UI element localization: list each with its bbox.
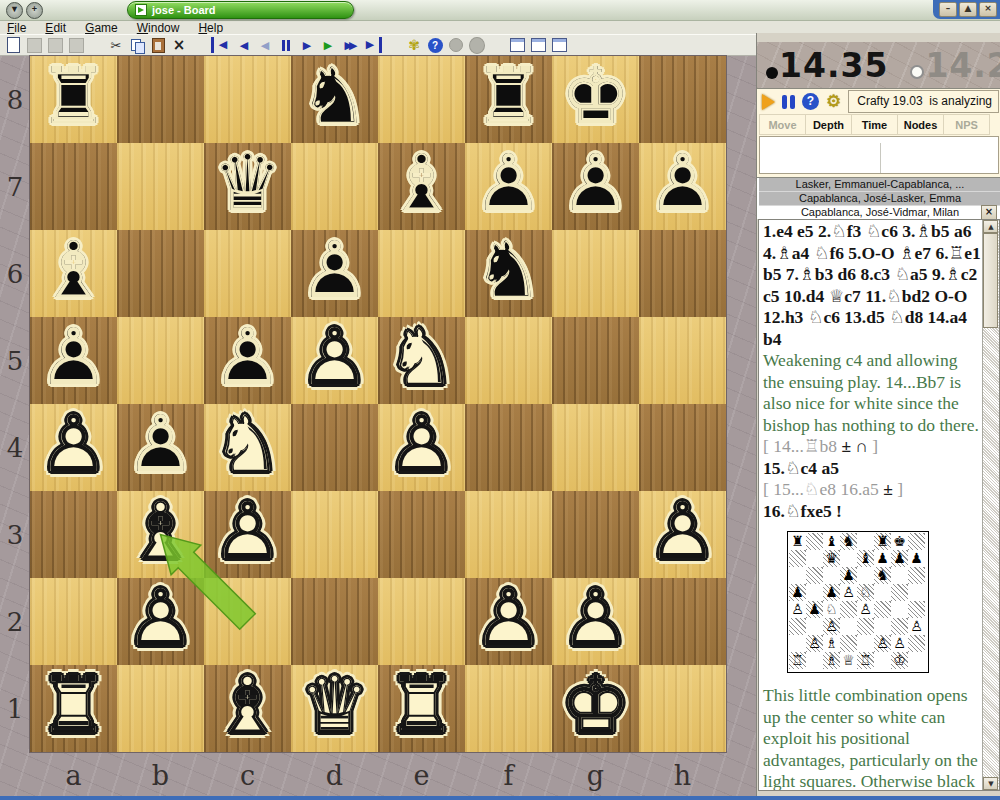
window-shade-button[interactable]: ▼ (6, 2, 23, 19)
engine-column-nodes: Nodes (898, 114, 944, 135)
window-plus-button[interactable]: + (26, 2, 43, 19)
notation-block-variation: [ 14...♖b8 ± ∩ ] (763, 436, 982, 458)
square-a7[interactable] (30, 143, 117, 230)
title-pill[interactable]: jose - Board (127, 1, 354, 19)
square-c3[interactable]: ♟♙ (204, 491, 291, 578)
engine-column-move: Move (759, 114, 806, 135)
square-b6[interactable] (117, 230, 204, 317)
game-list-item[interactable]: Capablanca, José-Lasker, Emma (759, 192, 1000, 206)
window-title: jose - Board (152, 4, 216, 16)
square-f1[interactable] (465, 665, 552, 752)
square-h4[interactable] (639, 404, 726, 491)
piece-white-queen-d1[interactable]: ♛♕ (291, 665, 378, 752)
square-f7[interactable]: ♟♙ (465, 143, 552, 230)
square-e4[interactable]: ♟♙ (378, 404, 465, 491)
notation-block-comment: This little combination opens up the cen… (763, 685, 982, 790)
square-e8[interactable] (378, 56, 465, 143)
piece-black-king-g8[interactable]: ♚♔ (552, 56, 639, 143)
piece-white-pawn-f2[interactable]: ♟♙ (465, 578, 552, 665)
square-g8[interactable]: ♚♔ (552, 56, 639, 143)
square-e3[interactable] (378, 491, 465, 578)
square-b5[interactable] (117, 317, 204, 404)
pause-icon[interactable] (278, 37, 294, 53)
piece-white-pawn-g2[interactable]: ♟♙ (552, 578, 639, 665)
square-a1[interactable]: ♜♖ (30, 665, 117, 752)
square-a3[interactable] (30, 491, 117, 578)
square-f6[interactable]: ♞♘ (465, 230, 552, 317)
notation-block-moves: 1.e4 e5 2.♘f3 ♘c6 3.♗b5 a6 4.♗a4 ♘f6 5.O… (763, 221, 982, 350)
engine-flower-icon[interactable]: ✾ (406, 37, 422, 53)
square-f4[interactable] (465, 404, 552, 491)
piece-white-pawn-c3[interactable]: ♟♙ (204, 491, 291, 578)
scroll-down-icon[interactable]: ▼ (983, 777, 998, 790)
scrollbar-thumb[interactable] (983, 233, 998, 328)
move-text: ± (883, 479, 893, 499)
square-f8[interactable]: ♜♖ (465, 56, 552, 143)
piece-white-knight-e5[interactable]: ♞♘ (378, 317, 465, 404)
engine-column-time: Time (852, 114, 898, 135)
move-text[interactable]: 15.♘c4 a5 (763, 458, 839, 478)
engine-panel: ? ⚙ Crafty 19.03 is analyzing MoveDepthT… (757, 88, 1000, 178)
jose-logo-icon (135, 4, 147, 16)
piece-white-pawn-h3[interactable]: ♟♙ (639, 491, 726, 578)
notation-block-moves: 16.♘fxe5 ! (763, 501, 982, 523)
application-window: ▼ + jose - Board – ▲ × FileEditGameWindo… (0, 0, 1000, 800)
game-list-item[interactable]: Capablanca, José-Vidmar, Milan (759, 206, 1000, 220)
menu-help[interactable]: Help (198, 21, 223, 35)
minimize-button[interactable]: – (939, 2, 957, 17)
square-a2[interactable] (30, 578, 117, 665)
square-f5[interactable] (465, 317, 552, 404)
back-variation-icon[interactable]: ◀ (257, 37, 273, 53)
window-controls: – ▲ × (933, 0, 1000, 19)
square-a4[interactable]: ♟♙ (30, 404, 117, 491)
clock-area: 14.35 14.27 (757, 42, 1000, 88)
square-c8[interactable] (204, 56, 291, 143)
square-e7[interactable]: ♝♗ (378, 143, 465, 230)
to-start-icon[interactable]: ◀ (211, 37, 231, 53)
square-h3[interactable]: ♟♙ (639, 491, 726, 578)
square-b2[interactable]: ♟♙ (117, 578, 204, 665)
square-d6[interactable]: ♟♙ (291, 230, 378, 317)
piece-white-pawn-a4[interactable]: ♟♙ (30, 404, 117, 491)
move-text[interactable]: ] (893, 479, 903, 499)
right-panel: 14.35 14.27 ? ⚙ Crafty 19.03 is analyzin… (756, 33, 1000, 797)
engine-column-nps: NPS (944, 114, 990, 135)
square-d7[interactable] (291, 143, 378, 230)
square-c7[interactable]: ♛♕ (204, 143, 291, 230)
piece-black-pawn-d6[interactable]: ♟♙ (291, 230, 378, 317)
window-bottom-edge (0, 796, 1000, 800)
piece-white-pawn-b2[interactable]: ♟♙ (117, 578, 204, 665)
piece-white-bishop-c1[interactable]: ♝♗ (204, 665, 291, 752)
piece-black-pawn-f7[interactable]: ♟♙ (465, 143, 552, 230)
engine-help-icon[interactable]: ? (802, 93, 819, 110)
square-e6[interactable] (378, 230, 465, 317)
square-a6[interactable]: ♝♗ (30, 230, 117, 317)
square-h5[interactable] (639, 317, 726, 404)
piece-black-pawn-h7[interactable]: ♟♙ (639, 143, 726, 230)
engine-settings-gear-icon[interactable]: ⚙ (826, 93, 841, 110)
square-d3[interactable] (291, 491, 378, 578)
square-b3[interactable]: ♝♗ (117, 491, 204, 578)
menu-file[interactable]: File (7, 21, 26, 35)
move-text[interactable]: 1.e4 e5 2.♘f3 ♘c6 3.♗b5 a6 4.♗a4 ♘f6 5.O… (763, 221, 981, 349)
piece-black-bishop-a6[interactable]: ♝♗ (30, 230, 117, 317)
piece-white-bishop-b3[interactable]: ♝♗ (117, 491, 204, 578)
file-labels: abcdefgh (30, 752, 726, 798)
chess-board[interactable]: ♜♖♞♘♜♖♚♔♛♕♝♗♟♙♟♙♟♙♝♗♟♙♞♘♟♙♟♙♟♙♞♘♟♙♟♙♞♘♟♙… (30, 56, 726, 752)
menu-game[interactable]: Game (85, 21, 118, 35)
piece-black-pawn-b4[interactable]: ♟♙ (117, 404, 204, 491)
square-g2[interactable]: ♟♙ (552, 578, 639, 665)
game-list-item[interactable]: Lasker, Emmanuel-Capablanca, ... (759, 178, 1000, 192)
piece-black-pawn-g7[interactable]: ♟♙ (552, 143, 639, 230)
notation-panel: 1.e4 e5 2.♘f3 ♘c6 3.♗b5 a6 4.♗a4 ♘f6 5.O… (758, 219, 1000, 791)
square-g7[interactable]: ♟♙ (552, 143, 639, 230)
board-frame: 87654321 ♜♖♞♘♜♖♚♔♛♕♝♗♟♙♟♙♟♙♝♗♟♙♞♘♟♙♟♙♟♙♞… (0, 56, 756, 800)
engine-column-depth: Depth (806, 114, 852, 135)
maximize-button[interactable]: ▲ (959, 2, 977, 17)
piece-black-bishop-e7[interactable]: ♝♗ (378, 143, 465, 230)
notation-scrollbar[interactable]: ▲ ▼ (982, 220, 999, 790)
square-h7[interactable]: ♟♙ (639, 143, 726, 230)
hint-icon (448, 37, 464, 53)
square-g5[interactable] (552, 317, 639, 404)
piece-black-pawn-a5[interactable]: ♟♙ (30, 317, 117, 404)
engine-columns: MoveDepthTimeNodesNPS (757, 114, 1000, 135)
white-clock-icon (910, 65, 924, 79)
square-e1[interactable]: ♜♖ (378, 665, 465, 752)
menu-window[interactable]: Window (137, 21, 180, 35)
game-list-close-icon[interactable]: × (981, 205, 997, 220)
game-list: Lasker, Emmanuel-Capablanca, ...Capablan… (757, 178, 1000, 219)
paste-icon[interactable] (150, 37, 166, 53)
square-b1[interactable] (117, 665, 204, 752)
square-h6[interactable] (639, 230, 726, 317)
square-h2[interactable] (639, 578, 726, 665)
square-b7[interactable] (117, 143, 204, 230)
black-to-move-icon (766, 67, 778, 79)
square-f3[interactable] (465, 491, 552, 578)
piece-black-pawn-c5[interactable]: ♟♙ (204, 317, 291, 404)
engine-pause-icon[interactable] (782, 95, 795, 109)
square-d1[interactable]: ♛♕ (291, 665, 378, 752)
menu-edit[interactable]: Edit (45, 21, 66, 35)
piece-white-rook-a1[interactable]: ♜♖ (30, 665, 117, 752)
square-c6[interactable] (204, 230, 291, 317)
notation-block-moves: 15.♘c4 a5 (763, 458, 982, 480)
piece-white-knight-c4[interactable]: ♞♘ (204, 404, 291, 491)
new-game-icon[interactable] (5, 37, 21, 53)
engine-status: Crafty 19.03 is analyzing (848, 90, 999, 113)
comment-text: This little combination opens up the cen… (763, 685, 978, 790)
move-text: ± ∩ (841, 436, 868, 456)
square-g1[interactable]: ♚♔ (552, 665, 639, 752)
notation-block-variation: [ 15...♘e8 16.a5 ± ] (763, 479, 982, 501)
move-text[interactable]: 16.♘fxe5 ! (763, 501, 842, 521)
rank-labels: 87654321 (0, 56, 30, 752)
square-a8[interactable]: ♜♖ (30, 56, 117, 143)
square-c1[interactable]: ♝♗ (204, 665, 291, 752)
square-h1[interactable] (639, 665, 726, 752)
notation-block-comment: Weakening c4 and allowing the ensuing pl… (763, 350, 982, 436)
square-g6[interactable] (552, 230, 639, 317)
scroll-up-icon[interactable]: ▲ (983, 220, 998, 233)
copy-icon[interactable] (129, 37, 145, 53)
help-icon[interactable]: ? (427, 37, 443, 53)
inline-diagram: ♜♝♞♜♚♛♝♟♟♟♟♞♟♟♙♘♙♟♘♙♙♙♙♗♙♙♖♗♕♖♔ (787, 531, 982, 673)
notation-text: 1.e4 e5 2.♘f3 ♘c6 3.♗b5 a6 4.♗a4 ♘f6 5.O… (759, 220, 982, 790)
engine-output (759, 136, 999, 174)
move-text[interactable]: [ 15...♘e8 16.a5 (763, 479, 883, 499)
square-d2[interactable] (291, 578, 378, 665)
piece-white-rook-e1[interactable]: ♜♖ (378, 665, 465, 752)
piece-white-king-g1[interactable]: ♚♔ (552, 665, 639, 752)
clock-white: 14.27 (910, 49, 1000, 82)
piece-black-rook-a8[interactable]: ♜♖ (30, 56, 117, 143)
square-b8[interactable] (117, 56, 204, 143)
move-text[interactable]: [ 14...♖b8 (763, 436, 841, 456)
close-button[interactable]: × (979, 2, 997, 17)
piece-black-rook-f8[interactable]: ♜♖ (465, 56, 552, 143)
clock-black: 14.35 (766, 49, 888, 82)
square-d5[interactable]: ♟♙ (291, 317, 378, 404)
comment-text: Weakening c4 and allowing the ensuing pl… (763, 350, 979, 435)
cut-icon[interactable]: ✂ (108, 37, 124, 53)
delete-icon[interactable]: × (171, 37, 187, 53)
square-c2[interactable] (204, 578, 291, 665)
square-h8[interactable] (639, 56, 726, 143)
square-g4[interactable] (552, 404, 639, 491)
square-g3[interactable] (552, 491, 639, 578)
square-e2[interactable] (378, 578, 465, 665)
title-bar: ▼ + jose - Board – ▲ × (0, 0, 1000, 21)
engine-play-icon[interactable] (762, 94, 775, 110)
square-f2[interactable]: ♟♙ (465, 578, 552, 665)
move-text[interactable]: ] (868, 436, 878, 456)
piece-white-pawn-e4[interactable]: ♟♙ (378, 404, 465, 491)
back-icon[interactable]: ◀ (236, 37, 252, 53)
square-d8[interactable]: ♞♘ (291, 56, 378, 143)
square-c4[interactable]: ♞♘ (204, 404, 291, 491)
square-c5[interactable]: ♟♙ (204, 317, 291, 404)
square-a5[interactable]: ♟♙ (30, 317, 117, 404)
piece-black-knight-d8[interactable]: ♞♘ (291, 56, 378, 143)
square-d4[interactable] (291, 404, 378, 491)
piece-white-pawn-d5[interactable]: ♟♙ (291, 317, 378, 404)
square-e5[interactable]: ♞♘ (378, 317, 465, 404)
piece-black-queen-c7[interactable]: ♛♕ (204, 143, 291, 230)
piece-black-knight-f6[interactable]: ♞♘ (465, 230, 552, 317)
square-b4[interactable]: ♟♙ (117, 404, 204, 491)
